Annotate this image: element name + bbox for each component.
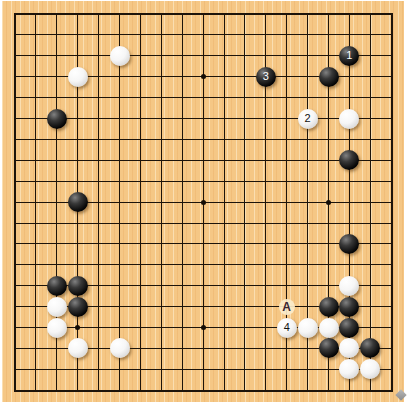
star-point bbox=[201, 74, 206, 79]
point-label-A: A bbox=[279, 299, 295, 315]
white-stone-O4: 4 bbox=[277, 318, 297, 338]
white-stone-C5 bbox=[47, 297, 67, 317]
white-stone-D16 bbox=[68, 67, 88, 87]
white-stone-C4 bbox=[47, 318, 67, 338]
white-stone-P4 bbox=[298, 318, 318, 338]
move-number-label: 3 bbox=[263, 71, 269, 82]
star-point bbox=[201, 200, 206, 205]
black-stone-D10 bbox=[68, 192, 88, 212]
white-stone-P14: 2 bbox=[298, 109, 318, 129]
go-board[interactable]: 1324A bbox=[2, 1, 404, 402]
white-stone-D3 bbox=[68, 338, 88, 358]
black-stone-N16: 3 bbox=[256, 67, 276, 87]
black-stone-C6 bbox=[47, 276, 67, 296]
white-stone-F17 bbox=[110, 46, 130, 66]
move-number-label: 4 bbox=[284, 322, 290, 333]
black-stone-D5 bbox=[68, 297, 88, 317]
star-point bbox=[201, 325, 206, 330]
black-stone-Q3 bbox=[319, 338, 339, 358]
black-stone-R5 bbox=[339, 297, 359, 317]
black-stone-R4 bbox=[339, 318, 359, 338]
black-stone-Q5 bbox=[319, 297, 339, 317]
screenshot-canvas: 1324A bbox=[0, 0, 408, 406]
move-number-label: 1 bbox=[346, 50, 352, 61]
white-stone-R14 bbox=[339, 109, 359, 129]
star-point bbox=[326, 200, 331, 205]
black-stone-D6 bbox=[68, 276, 88, 296]
move-number-label: 2 bbox=[305, 113, 311, 124]
black-stone-Q16 bbox=[319, 67, 339, 87]
white-stone-F3 bbox=[110, 338, 130, 358]
black-stone-C14 bbox=[47, 109, 67, 129]
white-stone-Q4 bbox=[319, 318, 339, 338]
white-stone-R6 bbox=[339, 276, 359, 296]
